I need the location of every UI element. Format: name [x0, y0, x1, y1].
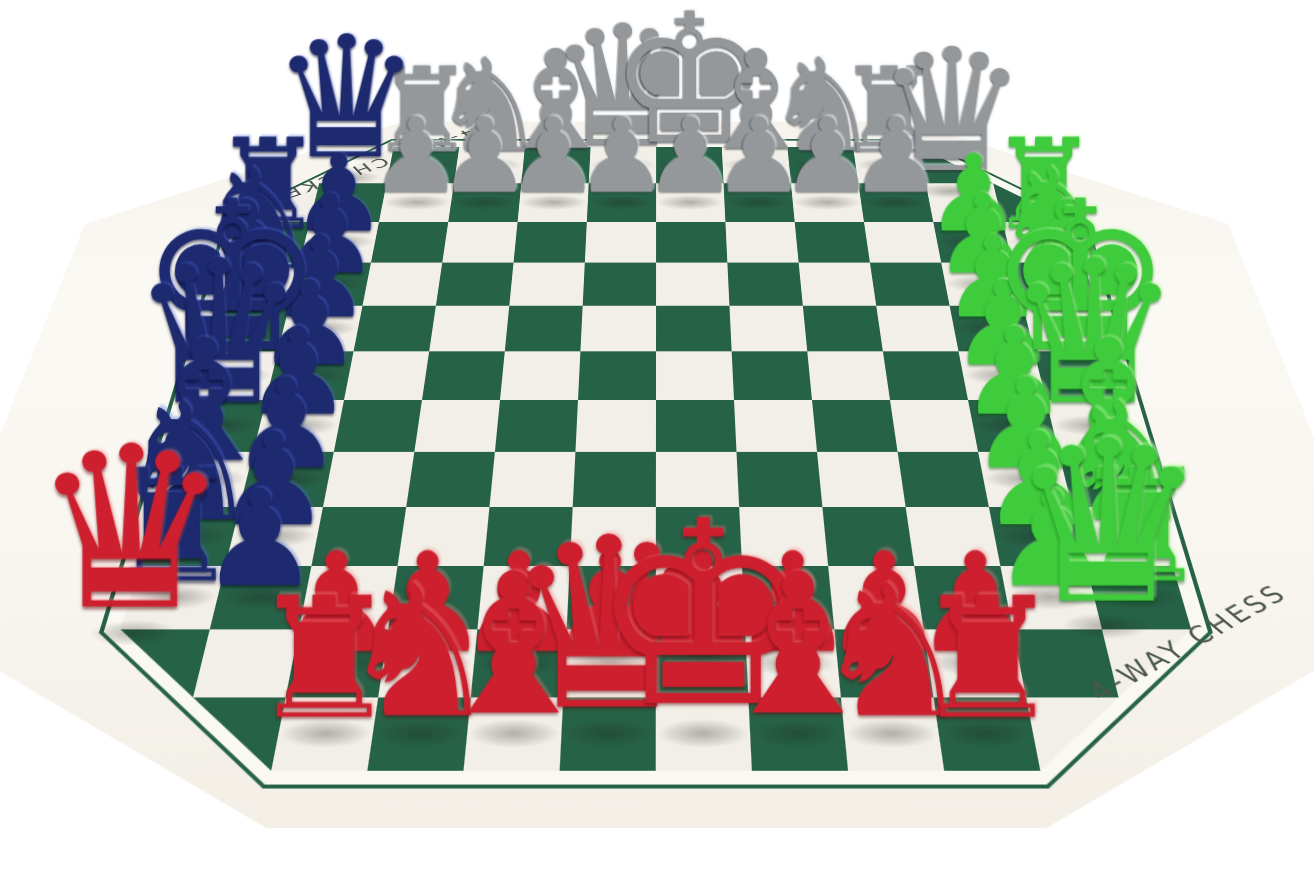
pieces-layer: ♜♞♝♛♚♝♞♜♟♟♟♟♟♟♟♟♜♟♟♜♞♟♟♞♝♟♟♝♚♟♟♚♛♟♟♛♝♟♟♝…: [79, 147, 1233, 771]
red-rook-glyph: ♜: [912, 575, 1062, 743]
mat-plane: 4-WAY CHECKERS 4-WAY CHESS ♜♞♝♛♚♝♞♜♟♟♟♟♟…: [0, 121, 1314, 828]
red-queen-glyph: ♛: [30, 417, 231, 641]
four-way-chess-photo: 4-WAY CHECKERS 4-WAY CHESS ♜♞♝♛♚♝♞♜♟♟♟♟♟…: [0, 0, 1314, 870]
